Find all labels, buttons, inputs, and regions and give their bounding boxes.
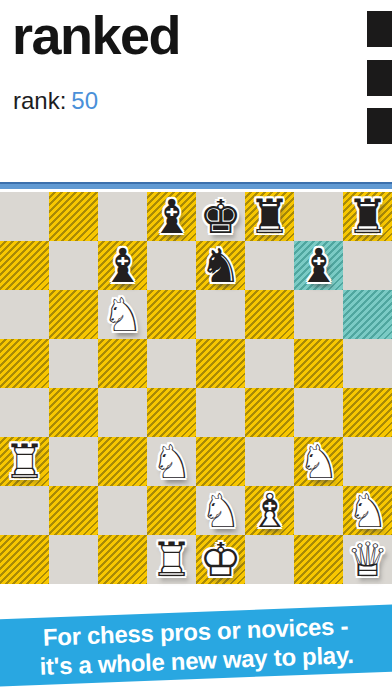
white-king: ♚♔ [193,532,248,587]
piece-outline: ♖ [0,431,55,492]
piece-fill: ♜ [0,431,55,492]
square-b1[interactable] [49,535,98,584]
square-d1[interactable]: ♜♖ [147,535,196,584]
square-e7[interactable]: ♞ [196,241,245,290]
square-e1[interactable]: ♚♔ [196,535,245,584]
square-c8[interactable] [98,192,147,241]
piece-outline: ♗ [239,480,300,541]
square-f1[interactable] [245,535,294,584]
square-a2[interactable] [0,486,49,535]
square-h3[interactable] [343,437,392,486]
page-title: ranked [12,6,180,65]
piece-outline: ♘ [288,431,349,492]
square-e3[interactable] [196,437,245,486]
square-d5[interactable] [147,339,196,388]
square-c3[interactable] [98,437,147,486]
white-bishop: ♝♗ [242,483,297,538]
separator-line [0,182,392,189]
square-g2[interactable] [294,486,343,535]
square-b4[interactable] [49,388,98,437]
square-e2[interactable]: ♞♘ [196,486,245,535]
black-bishop: ♝ [95,238,150,293]
square-f4[interactable] [245,388,294,437]
piece-fill: ♝ [239,480,300,541]
piece-outline: ♘ [141,431,202,492]
black-bishop: ♝ [291,238,346,293]
square-b3[interactable] [49,437,98,486]
square-a1[interactable] [0,535,49,584]
square-f2[interactable]: ♝♗ [245,486,294,535]
piece-fill: ♚ [190,529,251,590]
piece-fill: ♛ [337,529,392,590]
square-g3[interactable]: ♞♘ [294,437,343,486]
black-rook: ♜ [242,189,297,244]
white-rook: ♜♖ [144,532,199,587]
square-a5[interactable] [0,339,49,388]
black-king: ♚ [193,189,248,244]
square-f3[interactable] [245,437,294,486]
white-rook: ♜♖ [0,434,52,489]
square-f8[interactable]: ♜ [245,192,294,241]
piece-fill: ♞ [337,480,392,541]
square-b2[interactable] [49,486,98,535]
white-knight: ♞♘ [193,483,248,538]
square-h7[interactable] [343,241,392,290]
square-h1[interactable]: ♛♕ [343,535,392,584]
square-h4[interactable] [343,388,392,437]
rank-label: rank: [13,87,66,114]
square-b8[interactable] [49,192,98,241]
square-g1[interactable] [294,535,343,584]
square-b5[interactable] [49,339,98,388]
piece-outline: ♘ [92,284,153,345]
black-rook: ♜ [340,189,392,244]
piece-fill: ♞ [141,431,202,492]
square-h6[interactable] [343,290,392,339]
really-bad-chess-screen: { "game": "chess", "app": "Really Bad Ch… [0,0,392,696]
piece-outline: ♘ [190,480,251,541]
piece-outline: ♕ [337,529,392,590]
menu-button[interactable] [367,11,392,144]
piece-outline: ♘ [337,480,392,541]
piece-fill: ♞ [92,284,153,345]
square-d6[interactable] [147,290,196,339]
white-knight: ♞♘ [95,287,150,342]
square-a7[interactable] [0,241,49,290]
square-f5[interactable] [245,339,294,388]
piece-fill: ♜ [141,529,202,590]
square-h5[interactable] [343,339,392,388]
piece-outline: ♔ [190,529,251,590]
square-c6[interactable]: ♞♘ [98,290,147,339]
square-a4[interactable] [0,388,49,437]
rank-line: rank:50 [13,87,98,115]
square-e5[interactable] [196,339,245,388]
square-c4[interactable] [98,388,147,437]
square-c2[interactable] [98,486,147,535]
square-e6[interactable] [196,290,245,339]
hamburger-icon [367,108,392,144]
square-f6[interactable] [245,290,294,339]
black-bishop: ♝ [144,189,199,244]
square-h8[interactable]: ♜ [343,192,392,241]
square-g4[interactable] [294,388,343,437]
square-g7[interactable]: ♝ [294,241,343,290]
promo-banner: For chess pros or novices - it's a whole… [0,604,392,686]
piece-fill: ♞ [190,480,251,541]
square-g8[interactable] [294,192,343,241]
square-d3[interactable]: ♞♘ [147,437,196,486]
square-c1[interactable] [98,535,147,584]
hamburger-icon [367,11,392,47]
square-d4[interactable] [147,388,196,437]
square-a6[interactable] [0,290,49,339]
square-c5[interactable] [98,339,147,388]
square-f7[interactable] [245,241,294,290]
square-d2[interactable] [147,486,196,535]
square-g5[interactable] [294,339,343,388]
white-knight: ♞♘ [291,434,346,489]
square-b6[interactable] [49,290,98,339]
piece-fill: ♞ [288,431,349,492]
square-c7[interactable]: ♝ [98,241,147,290]
white-queen: ♛♕ [340,532,392,587]
square-g6[interactable] [294,290,343,339]
rank-value: 50 [71,87,98,114]
square-d7[interactable] [147,241,196,290]
square-e4[interactable] [196,388,245,437]
square-h2[interactable]: ♞♘ [343,486,392,535]
white-knight: ♞♘ [340,483,392,538]
square-a8[interactable] [0,192,49,241]
piece-outline: ♖ [141,529,202,590]
chess-board: ♝♚♜♜♝♞♝♞♘♜♖♞♘♞♘♞♘♝♗♞♘♜♖♚♔♛♕ [0,192,392,584]
square-b7[interactable] [49,241,98,290]
square-e8[interactable]: ♚ [196,192,245,241]
hamburger-icon [367,60,392,96]
white-knight: ♞♘ [144,434,199,489]
square-a3[interactable]: ♜♖ [0,437,49,486]
square-d8[interactable]: ♝ [147,192,196,241]
black-knight: ♞ [193,238,248,293]
